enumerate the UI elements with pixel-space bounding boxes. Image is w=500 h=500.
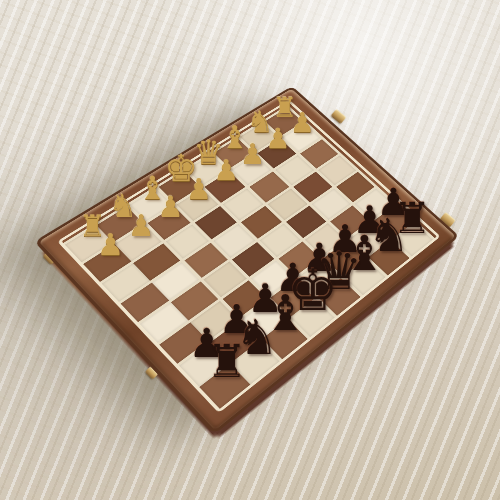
white-pawn: ♟ (158, 193, 184, 222)
black-rook: ♜ (206, 338, 247, 384)
black-queen: ♛ (316, 246, 362, 298)
white-bishop: ♝ (138, 172, 167, 204)
black-pawn: ♟ (376, 184, 410, 222)
black-bishop: ♝ (343, 229, 386, 277)
white-bishop: ♝ (221, 122, 249, 153)
black-pawn: ♟ (189, 322, 225, 362)
white-rook: ♜ (79, 212, 106, 242)
white-pawn: ♟ (265, 125, 290, 153)
black-pawn: ♟ (328, 219, 362, 257)
chess-set-photo-scene: ♜♞♝♛♚♝♞♜♟♟♟♟♟♟♟♟♟♟♟♟♟♟♟♟♜♞♝♛♚♝♞♜ (0, 0, 500, 500)
black-knight: ♞ (368, 212, 410, 258)
black-pawn: ♟ (353, 201, 387, 239)
white-pawn: ♟ (290, 110, 315, 138)
white-knight: ♞ (109, 191, 137, 223)
white-knight: ♞ (247, 107, 274, 137)
pieces-layer: ♜♞♝♛♚♝♞♜♟♟♟♟♟♟♟♟♟♟♟♟♟♟♟♟♜♞♝♛♚♝♞♜ (0, 0, 500, 500)
white-king: ♚ (164, 150, 197, 187)
black-king: ♚ (287, 262, 338, 319)
black-knight: ♞ (235, 313, 278, 361)
black-rook: ♜ (393, 197, 431, 240)
white-queen: ♛ (193, 136, 223, 170)
black-pawn: ♟ (248, 279, 283, 319)
white-pawn: ♟ (97, 231, 124, 261)
white-rook: ♜ (273, 94, 297, 121)
black-bishop: ♝ (263, 290, 307, 340)
black-pawn: ♟ (275, 258, 310, 297)
white-pawn: ♟ (186, 175, 212, 204)
black-pawn: ♟ (302, 238, 337, 277)
black-pawn: ♟ (219, 300, 255, 340)
white-pawn: ♟ (214, 158, 240, 187)
white-pawn: ♟ (128, 211, 154, 241)
white-pawn: ♟ (240, 141, 265, 169)
